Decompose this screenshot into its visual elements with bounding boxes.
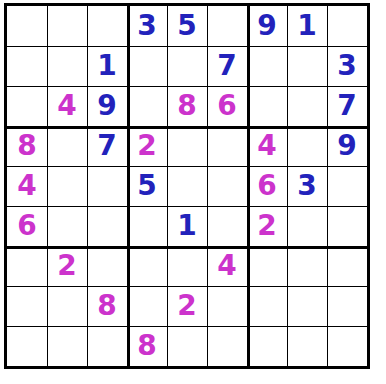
cell-r1c4-digit-3[interactable]: 3	[127, 6, 168, 47]
cell-r7c3[interactable]	[87, 246, 130, 287]
cell-r9c7[interactable]	[247, 326, 288, 366]
cell-r9c5[interactable]	[167, 326, 208, 366]
cell-r8c2[interactable]	[47, 286, 88, 327]
cell-r4c3-digit-7[interactable]: 7	[87, 126, 130, 167]
cell-r7c4[interactable]	[127, 246, 168, 287]
cell-r4c9-digit-9[interactable]: 9	[327, 126, 367, 167]
cell-r3c3-digit-9[interactable]: 9	[87, 86, 130, 129]
cell-r2c3-digit-1[interactable]: 1	[87, 46, 130, 87]
cell-r6c5-digit-1[interactable]: 1	[167, 206, 208, 249]
cell-r5c3[interactable]	[87, 166, 130, 207]
cell-r9c9[interactable]	[327, 326, 367, 366]
cell-r4c4-digit-2[interactable]: 2	[127, 126, 168, 167]
cell-r8c1[interactable]	[7, 286, 48, 327]
cell-r1c3[interactable]	[87, 6, 130, 47]
cell-r3c4[interactable]	[127, 86, 168, 129]
cell-r3c6-digit-6[interactable]: 6	[207, 86, 250, 129]
cell-r5c5[interactable]	[167, 166, 208, 207]
cell-r3c7[interactable]	[247, 86, 288, 129]
cell-r7c1[interactable]	[7, 246, 48, 287]
cell-r3c5-digit-8[interactable]: 8	[167, 86, 208, 129]
cell-r1c2[interactable]	[47, 6, 88, 47]
cell-r1c6[interactable]	[207, 6, 250, 47]
cell-r2c7[interactable]	[247, 46, 288, 87]
cell-r5c2[interactable]	[47, 166, 88, 207]
cell-r2c5[interactable]	[167, 46, 208, 87]
cell-r3c8[interactable]	[287, 86, 328, 129]
cell-r9c8[interactable]	[287, 326, 328, 366]
cell-r5c9[interactable]	[327, 166, 367, 207]
cell-r3c1[interactable]	[7, 86, 48, 129]
cell-r9c6[interactable]	[207, 326, 250, 366]
cell-r7c2-digit-2[interactable]: 2	[47, 246, 88, 287]
cell-r1c5-digit-5[interactable]: 5	[167, 6, 208, 47]
cell-r6c1-digit-6[interactable]: 6	[7, 206, 48, 249]
cell-r2c2[interactable]	[47, 46, 88, 87]
cell-r6c8[interactable]	[287, 206, 328, 249]
cell-r1c7-digit-9[interactable]: 9	[247, 6, 288, 47]
cell-r2c6-digit-7[interactable]: 7	[207, 46, 250, 87]
cell-r4c6[interactable]	[207, 126, 250, 167]
cell-r4c8[interactable]	[287, 126, 328, 167]
cell-r4c7-digit-4[interactable]: 4	[247, 126, 288, 167]
cell-r7c8[interactable]	[287, 246, 328, 287]
cell-r8c4[interactable]	[127, 286, 168, 327]
cell-r5c8-digit-3[interactable]: 3	[287, 166, 328, 207]
cell-r5c4-digit-5[interactable]: 5	[127, 166, 168, 207]
cell-r8c9[interactable]	[327, 286, 367, 327]
cell-r8c5-digit-2[interactable]: 2	[167, 286, 208, 327]
cell-r9c1[interactable]	[7, 326, 48, 366]
cell-r2c4[interactable]	[127, 46, 168, 87]
cell-r7c9[interactable]	[327, 246, 367, 287]
cell-r4c1-digit-8[interactable]: 8	[7, 126, 48, 167]
cell-r6c9[interactable]	[327, 206, 367, 249]
cell-r3c2-digit-4[interactable]: 4	[47, 86, 88, 129]
cell-r1c9[interactable]	[327, 6, 367, 47]
cell-r8c3-digit-8[interactable]: 8	[87, 286, 130, 327]
cell-r5c6[interactable]	[207, 166, 250, 207]
cell-r2c9-digit-3[interactable]: 3	[327, 46, 367, 87]
cell-r6c4[interactable]	[127, 206, 168, 249]
cell-r6c6[interactable]	[207, 206, 250, 249]
cell-r9c3[interactable]	[87, 326, 130, 366]
sudoku-board: 35911734986787249456361224828	[4, 3, 370, 369]
cell-r6c3[interactable]	[87, 206, 130, 249]
cell-r6c7-digit-2[interactable]: 2	[247, 206, 288, 249]
cell-r7c7[interactable]	[247, 246, 288, 287]
cell-r8c6[interactable]	[207, 286, 250, 327]
cell-r4c2[interactable]	[47, 126, 88, 167]
cell-r4c5[interactable]	[167, 126, 208, 167]
cell-r9c2[interactable]	[47, 326, 88, 366]
sudoku-page: 35911734986787249456361224828	[0, 0, 386, 384]
cell-r3c9-digit-7[interactable]: 7	[327, 86, 367, 129]
cell-r6c2[interactable]	[47, 206, 88, 249]
cell-r7c6-digit-4[interactable]: 4	[207, 246, 250, 287]
cell-r2c8[interactable]	[287, 46, 328, 87]
cell-r5c1-digit-4[interactable]: 4	[7, 166, 48, 207]
cell-r7c5[interactable]	[167, 246, 208, 287]
cell-r8c8[interactable]	[287, 286, 328, 327]
cell-r2c1[interactable]	[7, 46, 48, 87]
cell-r5c7-digit-6[interactable]: 6	[247, 166, 288, 207]
cell-r8c7[interactable]	[247, 286, 288, 327]
cell-r1c8-digit-1[interactable]: 1	[287, 6, 328, 47]
cell-r1c1[interactable]	[7, 6, 48, 47]
cell-r9c4-digit-8[interactable]: 8	[127, 326, 168, 366]
